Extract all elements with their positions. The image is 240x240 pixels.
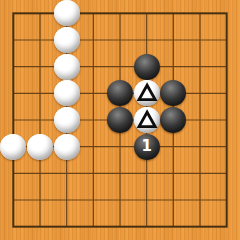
intersection[interactable]: [53, 107, 80, 134]
intersection[interactable]: [0, 27, 27, 54]
intersection[interactable]: [27, 133, 54, 160]
intersection[interactable]: [27, 27, 54, 54]
intersection[interactable]: [27, 160, 54, 187]
intersection[interactable]: [107, 107, 134, 134]
intersection[interactable]: [187, 53, 214, 80]
intersection[interactable]: [80, 0, 107, 27]
intersection[interactable]: [133, 107, 160, 134]
intersection[interactable]: [53, 0, 80, 27]
intersection[interactable]: [160, 107, 187, 134]
intersection[interactable]: [107, 160, 134, 187]
intersection[interactable]: [107, 133, 134, 160]
intersection[interactable]: [133, 160, 160, 187]
intersection[interactable]: [80, 107, 107, 134]
intersection[interactable]: [53, 133, 80, 160]
intersection[interactable]: [213, 160, 240, 187]
intersection[interactable]: [160, 80, 187, 107]
intersection[interactable]: [27, 0, 54, 27]
intersection[interactable]: [107, 80, 134, 107]
intersection[interactable]: [133, 27, 160, 54]
intersection-grid: 1: [0, 0, 240, 240]
intersection[interactable]: [133, 187, 160, 214]
intersection[interactable]: [187, 187, 214, 214]
intersection[interactable]: [0, 213, 27, 240]
intersection[interactable]: [107, 187, 134, 214]
black-stone: [160, 80, 186, 106]
move-number-label: 1: [141, 139, 151, 154]
intersection[interactable]: [187, 80, 214, 107]
intersection[interactable]: [187, 160, 214, 187]
triangle-mark-icon: [134, 80, 160, 106]
intersection[interactable]: [160, 160, 187, 187]
intersection[interactable]: [80, 187, 107, 214]
black-stone: [107, 107, 133, 133]
intersection[interactable]: [53, 213, 80, 240]
intersection[interactable]: [107, 27, 134, 54]
intersection[interactable]: [133, 213, 160, 240]
intersection[interactable]: [53, 80, 80, 107]
go-board: 1: [0, 0, 240, 240]
intersection[interactable]: [0, 107, 27, 134]
intersection[interactable]: [27, 80, 54, 107]
intersection[interactable]: [53, 27, 80, 54]
intersection[interactable]: [213, 53, 240, 80]
intersection[interactable]: [133, 80, 160, 107]
white-stone: [134, 107, 160, 133]
intersection[interactable]: [80, 213, 107, 240]
white-stone: [134, 80, 160, 106]
intersection[interactable]: [213, 80, 240, 107]
intersection[interactable]: [187, 107, 214, 134]
intersection[interactable]: [187, 0, 214, 27]
intersection[interactable]: [213, 133, 240, 160]
intersection[interactable]: [187, 213, 214, 240]
black-stone: [107, 80, 133, 106]
white-stone: [54, 80, 80, 106]
white-stone: [0, 134, 26, 160]
intersection[interactable]: [80, 160, 107, 187]
intersection[interactable]: [0, 53, 27, 80]
intersection[interactable]: [160, 53, 187, 80]
intersection[interactable]: 1: [133, 133, 160, 160]
intersection[interactable]: [213, 27, 240, 54]
intersection[interactable]: [53, 53, 80, 80]
intersection[interactable]: [187, 27, 214, 54]
intersection[interactable]: [53, 187, 80, 214]
intersection[interactable]: [133, 0, 160, 27]
intersection[interactable]: [0, 0, 27, 27]
intersection[interactable]: [213, 213, 240, 240]
intersection[interactable]: [107, 0, 134, 27]
intersection[interactable]: [53, 160, 80, 187]
intersection[interactable]: [27, 187, 54, 214]
intersection[interactable]: [107, 53, 134, 80]
intersection[interactable]: [213, 107, 240, 134]
intersection[interactable]: [133, 53, 160, 80]
intersection[interactable]: [213, 187, 240, 214]
black-stone: [160, 107, 186, 133]
intersection[interactable]: [0, 187, 27, 214]
white-stone: [27, 134, 53, 160]
triangle-mark-icon: [134, 107, 160, 133]
intersection[interactable]: [160, 0, 187, 27]
intersection[interactable]: [27, 213, 54, 240]
intersection[interactable]: [80, 53, 107, 80]
intersection[interactable]: [160, 27, 187, 54]
intersection[interactable]: [160, 187, 187, 214]
intersection[interactable]: [160, 213, 187, 240]
intersection[interactable]: [107, 213, 134, 240]
intersection[interactable]: [0, 80, 27, 107]
black-stone: 1: [134, 134, 160, 160]
white-stone: [54, 27, 80, 53]
black-stone: [134, 54, 160, 80]
intersection[interactable]: [213, 0, 240, 27]
intersection[interactable]: [80, 80, 107, 107]
intersection[interactable]: [0, 160, 27, 187]
intersection[interactable]: [187, 133, 214, 160]
white-stone: [54, 107, 80, 133]
intersection[interactable]: [80, 27, 107, 54]
white-stone: [54, 54, 80, 80]
white-stone: [54, 134, 80, 160]
intersection[interactable]: [0, 133, 27, 160]
intersection[interactable]: [160, 133, 187, 160]
intersection[interactable]: [27, 53, 54, 80]
intersection[interactable]: [80, 133, 107, 160]
intersection[interactable]: [27, 107, 54, 134]
white-stone: [54, 0, 80, 26]
